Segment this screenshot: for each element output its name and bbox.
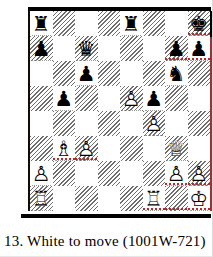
square-e8[interactable]: ♜ <box>120 11 143 36</box>
square-e3[interactable] <box>120 136 143 161</box>
black-knight: ♞ <box>165 61 188 86</box>
black-pawn: ♟ <box>30 36 53 61</box>
white-pawn: ♙ <box>30 161 53 186</box>
red-squiggle-underline <box>143 208 166 211</box>
square-a2[interactable]: ♟♙ <box>30 161 53 186</box>
square-h8[interactable]: ♚ <box>188 11 211 36</box>
square-b7[interactable] <box>53 36 76 61</box>
square-d7[interactable] <box>98 36 121 61</box>
square-h4[interactable] <box>188 111 211 136</box>
square-g1[interactable] <box>165 186 188 211</box>
square-g8[interactable] <box>165 11 188 36</box>
black-pawn: ♟ <box>75 61 98 86</box>
square-c8[interactable] <box>75 11 98 36</box>
square-b8[interactable] <box>53 11 76 36</box>
square-d1[interactable] <box>98 186 121 211</box>
square-d4[interactable] <box>98 111 121 136</box>
square-f4[interactable]: ♟♙ <box>143 111 166 136</box>
square-h7[interactable]: ♟ <box>188 36 211 61</box>
square-g4[interactable] <box>165 111 188 136</box>
black-queen: ♛ <box>75 36 98 61</box>
square-c6[interactable]: ♟ <box>75 61 98 86</box>
black-rook: ♜ <box>120 11 143 36</box>
square-g6[interactable]: ♞ <box>165 61 188 86</box>
square-h2[interactable]: ♟♙ <box>188 161 211 186</box>
square-f3[interactable] <box>143 136 166 161</box>
square-f8[interactable] <box>143 11 166 36</box>
square-e4[interactable] <box>120 111 143 136</box>
square-g2[interactable]: ♟♙ <box>165 161 188 186</box>
square-h1[interactable]: ♚♔ <box>188 186 211 211</box>
square-h3[interactable] <box>188 136 211 161</box>
square-a8[interactable]: ♜ <box>30 11 53 36</box>
square-a5[interactable] <box>30 86 53 111</box>
square-d8[interactable] <box>98 11 121 36</box>
square-e2[interactable] <box>120 161 143 186</box>
square-a4[interactable] <box>30 111 53 136</box>
square-e7[interactable] <box>120 36 143 61</box>
square-d5[interactable] <box>98 86 121 111</box>
board-border-right <box>210 11 212 211</box>
square-b5[interactable]: ♟ <box>53 86 76 111</box>
square-g5[interactable] <box>165 86 188 111</box>
square-d3[interactable] <box>98 136 121 161</box>
square-g3[interactable]: ♛♕ <box>165 136 188 161</box>
chess-board-grid: ♜♜♚♟♛♟♟♟♞♟♟♙♟♟♙♝♗♟♙♛♕♟♙♟♙♟♙♜♖♜♖♚♔ <box>30 11 210 211</box>
square-a3[interactable] <box>30 136 53 161</box>
diagram-caption: 13. White to move (1001W-721) <box>4 233 206 250</box>
square-d6[interactable] <box>98 61 121 86</box>
square-f1[interactable]: ♜♖ <box>143 186 166 211</box>
square-b4[interactable] <box>53 111 76 136</box>
square-f5[interactable]: ♟ <box>143 86 166 111</box>
square-c4[interactable] <box>75 111 98 136</box>
white-rook: ♖ <box>30 186 53 211</box>
square-d2[interactable] <box>98 161 121 186</box>
square-h5[interactable] <box>188 86 211 111</box>
black-rook: ♜ <box>30 11 53 36</box>
square-c1[interactable] <box>75 186 98 211</box>
square-b6[interactable] <box>53 61 76 86</box>
square-c5[interactable] <box>75 86 98 111</box>
square-g7[interactable]: ♟ <box>165 36 188 61</box>
square-f2[interactable] <box>143 161 166 186</box>
square-e6[interactable] <box>120 61 143 86</box>
square-e1[interactable] <box>120 186 143 211</box>
square-f7[interactable] <box>143 36 166 61</box>
square-h6[interactable] <box>188 61 211 86</box>
square-c3[interactable]: ♟♙ <box>75 136 98 161</box>
red-squiggle-underline <box>165 208 188 211</box>
square-b2[interactable] <box>53 161 76 186</box>
white-pawn: ♙ <box>143 111 166 136</box>
square-a6[interactable] <box>30 61 53 86</box>
square-c2[interactable] <box>75 161 98 186</box>
board-border-bottom <box>21 214 211 218</box>
square-a1[interactable]: ♜♖ <box>30 186 53 211</box>
white-pawn: ♙ <box>120 86 143 111</box>
square-a7[interactable]: ♟ <box>30 36 53 61</box>
chess-diagram-page: ♜♜♚♟♛♟♟♟♞♟♟♙♟♟♙♝♗♟♙♛♕♟♙♟♙♟♙♜♖♜♖♚♔ 13. Wh… <box>0 0 213 257</box>
square-e5[interactable]: ♟♙ <box>120 86 143 111</box>
square-b3[interactable]: ♝♗ <box>53 136 76 161</box>
piece-baseline-dots <box>32 210 51 211</box>
white-queen: ♕ <box>165 136 188 161</box>
square-f6[interactable] <box>143 61 166 86</box>
red-squiggle-underline <box>188 208 211 211</box>
square-b1[interactable] <box>53 186 76 211</box>
black-pawn: ♟ <box>53 86 76 111</box>
square-c7[interactable]: ♛ <box>75 36 98 61</box>
black-pawn: ♟ <box>143 86 166 111</box>
chess-board: ♜♜♚♟♛♟♟♟♞♟♟♙♟♟♙♝♗♟♙♛♕♟♙♟♙♟♙♜♖♜♖♚♔ <box>28 7 212 218</box>
